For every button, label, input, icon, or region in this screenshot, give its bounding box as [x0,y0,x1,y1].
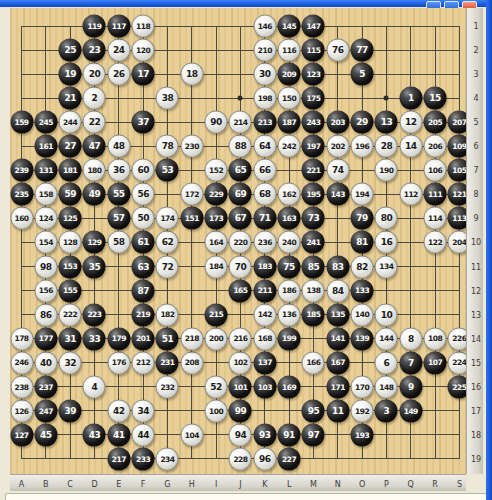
stone-K11[interactable]: 183 [253,255,276,278]
stone-J14[interactable]: 216 [229,327,252,350]
stone-B7[interactable]: 131 [34,159,57,182]
stone-Q5[interactable]: 12 [399,111,422,134]
stone-K7[interactable]: 66 [253,159,276,182]
stone-N11[interactable]: 83 [326,255,349,278]
column-labels-strip: ABCDEFGHIJKLMNOPQRS [10,474,466,491]
star-point [384,96,389,101]
stone-B14[interactable]: 177 [34,327,57,350]
stone-I7[interactable]: 152 [205,159,228,182]
stone-C4[interactable]: 21 [59,87,82,110]
column-label: N [335,480,341,489]
stone-A14[interactable]: 178 [10,327,33,350]
row-label: 4 [473,94,478,103]
stone-Q8[interactable]: 112 [399,183,422,206]
stone-H14[interactable]: 218 [180,327,203,350]
stone-J5[interactable]: 214 [229,111,252,134]
stone-J15[interactable]: 102 [229,351,252,374]
stone-E3[interactable]: 26 [107,63,130,86]
stone-E2[interactable]: 24 [107,39,130,62]
stone-E17[interactable]: 42 [107,399,130,422]
stone-B12[interactable]: 156 [34,279,57,302]
stone-M18[interactable]: 97 [302,423,325,446]
column-label: S [457,480,462,489]
stone-N16[interactable]: 171 [326,375,349,398]
stone-R14[interactable]: 108 [424,327,447,350]
stone-K15[interactable]: 137 [253,351,276,374]
row-label: 18 [471,430,481,439]
stone-L4[interactable]: 150 [278,87,301,110]
stone-J18[interactable]: 94 [229,423,252,446]
column-label: Q [408,480,414,489]
stone-C9[interactable]: 125 [59,207,82,230]
stone-B16[interactable]: 237 [34,375,57,398]
stone-D13[interactable]: 223 [83,303,106,326]
stone-C7[interactable]: 181 [59,159,82,182]
column-label: G [164,480,170,489]
stone-C6[interactable]: 27 [59,135,82,158]
stone-K8[interactable]: 68 [253,183,276,206]
stone-R6[interactable]: 206 [424,135,447,158]
stone-O3[interactable]: 5 [351,63,374,86]
stone-B11[interactable]: 98 [34,255,57,278]
stone-D16[interactable]: 4 [83,375,106,398]
window-titlebar [0,0,492,7]
stone-F8[interactable]: 56 [132,183,155,206]
stone-O2[interactable]: 77 [351,39,374,62]
stone-O12[interactable]: 133 [351,279,374,302]
stone-D7[interactable]: 180 [83,159,106,182]
stone-K1[interactable]: 146 [253,15,276,38]
stone-K3[interactable]: 30 [253,63,276,86]
stone-F14[interactable]: 201 [132,327,155,350]
row-label: 13 [471,310,481,319]
row-label: 11 [471,262,481,271]
row-label: 3 [473,70,478,79]
stone-K2[interactable]: 210 [253,39,276,62]
stone-P15[interactable]: 6 [375,351,398,374]
stone-C3[interactable]: 19 [59,63,82,86]
stone-M17[interactable]: 95 [302,399,325,422]
stone-M6[interactable]: 197 [302,135,325,158]
stone-L9[interactable]: 163 [278,207,301,230]
row-label: 19 [471,454,481,463]
stone-L13[interactable]: 136 [278,303,301,326]
stone-P14[interactable]: 144 [375,327,398,350]
stone-K9[interactable]: 71 [253,207,276,230]
stone-H6[interactable]: 230 [180,135,203,158]
stone-M7[interactable]: 221 [302,159,325,182]
stone-C13[interactable]: 222 [59,303,82,326]
stone-K6[interactable]: 64 [253,135,276,158]
stone-R8[interactable]: 111 [424,183,447,206]
stone-L8[interactable]: 162 [278,183,301,206]
stone-F7[interactable]: 60 [132,159,155,182]
column-label: A [19,480,24,489]
row-labels-strip: 12345678910111213141516171819 [466,8,483,474]
stone-B6[interactable]: 161 [34,135,57,158]
stone-F18[interactable]: 44 [132,423,155,446]
stone-L5[interactable]: 187 [278,111,301,134]
stone-J11[interactable]: 70 [229,255,252,278]
stone-A8[interactable]: 235 [10,183,33,206]
stone-C14[interactable]: 31 [59,327,82,350]
stone-J12[interactable]: 165 [229,279,252,302]
stone-C15[interactable]: 32 [59,351,82,374]
column-label: P [384,480,389,489]
stone-M4[interactable]: 175 [302,87,325,110]
stone-H8[interactable]: 172 [180,183,203,206]
row-label: 15 [471,358,481,367]
stone-N6[interactable]: 202 [326,135,349,158]
stone-K4[interactable]: 198 [253,87,276,110]
stone-Q14[interactable]: 8 [399,327,422,350]
stone-O5[interactable]: 29 [351,111,374,134]
stone-K13[interactable]: 142 [253,303,276,326]
stone-D11[interactable]: 35 [83,255,106,278]
stone-D3[interactable]: 20 [83,63,106,86]
stone-C11[interactable]: 153 [59,255,82,278]
stone-F10[interactable]: 61 [132,231,155,254]
row-label: 1 [473,22,478,31]
stone-L16[interactable]: 169 [278,375,301,398]
stone-P10[interactable]: 16 [375,231,398,254]
stone-L2[interactable]: 116 [278,39,301,62]
stone-G11[interactable]: 72 [156,255,179,278]
stone-A16[interactable]: 238 [10,375,33,398]
stone-C12[interactable]: 155 [59,279,82,302]
column-label: R [432,480,438,489]
stone-L1[interactable]: 145 [278,15,301,38]
stone-K18[interactable]: 93 [253,423,276,446]
stone-E18[interactable]: 41 [107,423,130,446]
stone-R5[interactable]: 205 [424,111,447,134]
stone-J17[interactable]: 99 [229,399,252,422]
stone-I16[interactable]: 52 [205,375,228,398]
stone-F17[interactable]: 34 [132,399,155,422]
stone-C5[interactable]: 244 [59,111,82,134]
stone-R9[interactable]: 114 [424,207,447,230]
stone-L11[interactable]: 75 [278,255,301,278]
stone-D14[interactable]: 33 [83,327,106,350]
stone-J9[interactable]: 67 [229,207,252,230]
stone-E19[interactable]: 217 [107,447,130,470]
star-point [238,96,243,101]
stone-D18[interactable]: 43 [83,423,106,446]
stone-L19[interactable]: 227 [278,447,301,470]
column-label: F [141,480,146,489]
stone-O18[interactable]: 193 [351,423,374,446]
stone-G4[interactable]: 38 [156,87,179,110]
stone-N5[interactable]: 203 [326,111,349,134]
lower-panel-edge [5,493,487,500]
stone-N17[interactable]: 11 [326,399,349,422]
stone-C17[interactable]: 39 [59,399,82,422]
stone-A5[interactable]: 159 [10,111,33,134]
stone-L18[interactable]: 91 [278,423,301,446]
column-label: K [262,480,267,489]
column-label: H [189,480,195,489]
stone-A9[interactable]: 160 [10,207,33,230]
row-label: 14 [471,334,481,343]
stone-F12[interactable]: 87 [132,279,155,302]
stone-G10[interactable]: 62 [156,231,179,254]
stone-I8[interactable]: 229 [205,183,228,206]
stone-J16[interactable]: 101 [229,375,252,398]
stone-D4[interactable]: 2 [83,87,106,110]
stone-P16[interactable]: 148 [375,375,398,398]
stone-P7[interactable]: 190 [375,159,398,182]
column-label: L [287,480,291,489]
stone-P17[interactable]: 3 [375,399,398,422]
stone-E8[interactable]: 55 [107,183,130,206]
stone-D2[interactable]: 23 [83,39,106,62]
stone-K12[interactable]: 211 [253,279,276,302]
stone-F5[interactable]: 37 [132,111,155,134]
stone-I10[interactable]: 164 [205,231,228,254]
row-label: 7 [473,166,478,175]
stone-A17[interactable]: 126 [10,399,33,422]
stone-M10[interactable]: 241 [302,231,325,254]
stone-O13[interactable]: 140 [351,303,374,326]
stone-A15[interactable]: 246 [10,351,33,374]
stone-G19[interactable]: 234 [156,447,179,470]
goban[interactable]: 1234567891011121314151617181920212223242… [10,8,466,474]
stone-H3[interactable]: 18 [180,63,203,86]
stone-M1[interactable]: 147 [302,15,325,38]
stone-M12[interactable]: 138 [302,279,325,302]
stone-G15[interactable]: 231 [156,351,179,374]
stone-K10[interactable]: 236 [253,231,276,254]
stone-B13[interactable]: 86 [34,303,57,326]
stone-D5[interactable]: 22 [83,111,106,134]
row-label: 12 [471,286,481,295]
stone-L12[interactable]: 186 [278,279,301,302]
stone-R15[interactable]: 107 [424,351,447,374]
stone-E10[interactable]: 58 [107,231,130,254]
row-label: 17 [471,406,481,415]
stone-G13[interactable]: 182 [156,303,179,326]
stone-H15[interactable]: 208 [180,351,203,374]
stone-R10[interactable]: 122 [424,231,447,254]
stone-E15[interactable]: 176 [107,351,130,374]
stone-F3[interactable]: 17 [132,63,155,86]
stone-G16[interactable]: 232 [156,375,179,398]
stone-F13[interactable]: 219 [132,303,155,326]
stone-O17[interactable]: 192 [351,399,374,422]
stone-O16[interactable]: 170 [351,375,374,398]
stone-O9[interactable]: 79 [351,207,374,230]
stone-I5[interactable]: 90 [205,111,228,134]
stone-K16[interactable]: 103 [253,375,276,398]
column-label: M [310,480,317,489]
column-label: C [67,480,73,489]
stone-D1[interactable]: 119 [83,15,106,38]
stone-G7[interactable]: 53 [156,159,179,182]
stone-F15[interactable]: 212 [132,351,155,374]
column-label: B [43,480,49,489]
stone-P5[interactable]: 13 [375,111,398,134]
stone-B9[interactable]: 124 [34,207,57,230]
stone-K14[interactable]: 168 [253,327,276,350]
stone-C2[interactable]: 25 [59,39,82,62]
stone-B17[interactable]: 247 [34,399,57,422]
stone-D6[interactable]: 47 [83,135,106,158]
stone-P13[interactable]: 10 [375,303,398,326]
stone-A18[interactable]: 127 [10,423,33,446]
stone-Q17[interactable]: 149 [399,399,422,422]
stone-F11[interactable]: 63 [132,255,155,278]
stone-M15[interactable]: 166 [302,351,325,374]
stone-M2[interactable]: 115 [302,39,325,62]
stone-H18[interactable]: 104 [180,423,203,446]
stone-F9[interactable]: 50 [132,207,155,230]
row-label: 16 [471,382,481,391]
stone-J10[interactable]: 220 [229,231,252,254]
stone-M3[interactable]: 123 [302,63,325,86]
stone-N13[interactable]: 135 [326,303,349,326]
stone-O14[interactable]: 139 [351,327,374,350]
stone-J8[interactable]: 69 [229,183,252,206]
stone-E14[interactable]: 179 [107,327,130,350]
stone-P9[interactable]: 80 [375,207,398,230]
stone-H9[interactable]: 151 [180,207,203,230]
column-label: I [215,480,217,489]
column-label: J [239,480,241,489]
stone-J19[interactable]: 228 [229,447,252,470]
stone-Q15[interactable]: 7 [399,351,422,374]
stone-K5[interactable]: 213 [253,111,276,134]
stone-N15[interactable]: 167 [326,351,349,374]
stone-J7[interactable]: 65 [229,159,252,182]
stone-I14[interactable]: 200 [205,327,228,350]
stone-C10[interactable]: 128 [59,231,82,254]
column-label: O [359,480,365,489]
stone-J6[interactable]: 88 [229,135,252,158]
stone-E7[interactable]: 36 [107,159,130,182]
stone-D10[interactable]: 129 [83,231,106,254]
row-label: 5 [473,118,478,127]
stone-R7[interactable]: 106 [424,159,447,182]
stone-G9[interactable]: 174 [156,207,179,230]
stone-I17[interactable]: 100 [205,399,228,422]
row-label: 6 [473,142,478,151]
stone-E1[interactable]: 117 [107,15,130,38]
stone-B18[interactable]: 45 [34,423,57,446]
stone-L6[interactable]: 242 [278,135,301,158]
stone-M9[interactable]: 73 [302,207,325,230]
stone-Q6[interactable]: 14 [399,135,422,158]
row-label: 8 [473,190,478,199]
stone-G6[interactable]: 78 [156,135,179,158]
stone-B5[interactable]: 245 [34,111,57,134]
stone-L3[interactable]: 209 [278,63,301,86]
stone-P11[interactable]: 134 [375,255,398,278]
stone-D8[interactable]: 49 [83,183,106,206]
stone-A7[interactable]: 239 [10,159,33,182]
stone-M13[interactable]: 185 [302,303,325,326]
stone-N8[interactable]: 143 [326,183,349,206]
stone-I13[interactable]: 215 [205,303,228,326]
stone-F2[interactable]: 120 [132,39,155,62]
stone-O10[interactable]: 81 [351,231,374,254]
row-label: 9 [473,214,478,223]
stone-K19[interactable]: 96 [253,447,276,470]
stone-Q16[interactable]: 9 [399,375,422,398]
column-label: E [116,480,121,489]
stone-E6[interactable]: 48 [107,135,130,158]
stone-N2[interactable]: 76 [326,39,349,62]
stone-Q4[interactable]: 1 [399,87,422,110]
stone-N7[interactable]: 74 [326,159,349,182]
row-label: 10 [471,238,481,247]
stone-M5[interactable]: 243 [302,111,325,134]
stone-B8[interactable]: 158 [34,183,57,206]
row-label: 2 [473,46,478,55]
stone-I9[interactable]: 173 [205,207,228,230]
stone-O11[interactable]: 82 [351,255,374,278]
stone-N12[interactable]: 84 [326,279,349,302]
stone-P6[interactable]: 28 [375,135,398,158]
stone-F19[interactable]: 233 [132,447,155,470]
stone-M11[interactable]: 85 [302,255,325,278]
stone-O8[interactable]: 194 [351,183,374,206]
window-right-frame [486,0,492,500]
stone-E9[interactable]: 57 [107,207,130,230]
stone-I11[interactable]: 184 [205,255,228,278]
column-label: D [91,480,97,489]
stone-L10[interactable]: 240 [278,231,301,254]
stone-C8[interactable]: 59 [59,183,82,206]
stone-M8[interactable]: 195 [302,183,325,206]
stone-F1[interactable]: 118 [132,15,155,38]
stone-G14[interactable]: 51 [156,327,179,350]
stone-L14[interactable]: 199 [278,327,301,350]
stone-R4[interactable]: 15 [424,87,447,110]
stone-B15[interactable]: 40 [34,351,57,374]
stone-O6[interactable]: 196 [351,135,374,158]
stone-N14[interactable]: 141 [326,327,349,350]
stone-B10[interactable]: 154 [34,231,57,254]
